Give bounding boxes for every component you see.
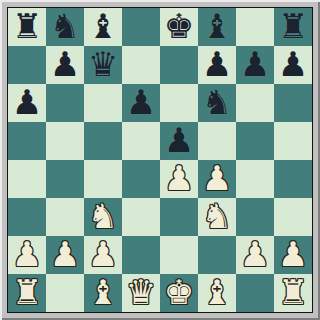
square-f1[interactable]: ♝ bbox=[198, 274, 236, 312]
black-pawn-f7[interactable]: ♟ bbox=[198, 46, 236, 84]
white-pawn-h2[interactable]: ♟ bbox=[274, 236, 312, 274]
black-pawn-h7[interactable]: ♟ bbox=[274, 46, 312, 84]
square-d2[interactable] bbox=[122, 236, 160, 274]
square-b7[interactable]: ♟ bbox=[46, 46, 84, 84]
square-h4[interactable] bbox=[274, 160, 312, 198]
square-f8[interactable]: ♝ bbox=[198, 8, 236, 46]
square-h8[interactable]: ♜ bbox=[274, 8, 312, 46]
square-a4[interactable] bbox=[8, 160, 46, 198]
white-rook-h1[interactable]: ♜ bbox=[274, 274, 312, 312]
square-a6[interactable]: ♟ bbox=[8, 84, 46, 122]
black-rook-h8[interactable]: ♜ bbox=[274, 8, 312, 46]
white-knight-c3[interactable]: ♞ bbox=[84, 198, 122, 236]
square-b3[interactable] bbox=[46, 198, 84, 236]
square-e4[interactable]: ♟ bbox=[160, 160, 198, 198]
square-h2[interactable]: ♟ bbox=[274, 236, 312, 274]
square-d3[interactable] bbox=[122, 198, 160, 236]
square-a5[interactable] bbox=[8, 122, 46, 160]
square-h3[interactable] bbox=[274, 198, 312, 236]
square-c5[interactable] bbox=[84, 122, 122, 160]
white-pawn-f4[interactable]: ♟ bbox=[198, 160, 236, 198]
white-king-e1[interactable]: ♚ bbox=[160, 274, 198, 312]
square-b4[interactable] bbox=[46, 160, 84, 198]
square-c7[interactable]: ♛ bbox=[84, 46, 122, 84]
square-e2[interactable] bbox=[160, 236, 198, 274]
white-knight-f3[interactable]: ♞ bbox=[198, 198, 236, 236]
square-f2[interactable] bbox=[198, 236, 236, 274]
square-g3[interactable] bbox=[236, 198, 274, 236]
black-pawn-d6[interactable]: ♟ bbox=[122, 84, 160, 122]
square-g5[interactable] bbox=[236, 122, 274, 160]
square-g6[interactable] bbox=[236, 84, 274, 122]
square-d8[interactable] bbox=[122, 8, 160, 46]
square-b2[interactable]: ♟ bbox=[46, 236, 84, 274]
square-f7[interactable]: ♟ bbox=[198, 46, 236, 84]
black-knight-f6[interactable]: ♞ bbox=[198, 84, 236, 122]
square-b8[interactable]: ♞ bbox=[46, 8, 84, 46]
square-f4[interactable]: ♟ bbox=[198, 160, 236, 198]
square-c6[interactable] bbox=[84, 84, 122, 122]
square-d7[interactable] bbox=[122, 46, 160, 84]
square-d4[interactable] bbox=[122, 160, 160, 198]
square-g1[interactable] bbox=[236, 274, 274, 312]
square-c8[interactable]: ♝ bbox=[84, 8, 122, 46]
square-c3[interactable]: ♞ bbox=[84, 198, 122, 236]
white-queen-d1[interactable]: ♛ bbox=[122, 274, 160, 312]
square-h5[interactable] bbox=[274, 122, 312, 160]
square-e6[interactable] bbox=[160, 84, 198, 122]
white-pawn-c2[interactable]: ♟ bbox=[84, 236, 122, 274]
white-bishop-c1[interactable]: ♝ bbox=[84, 274, 122, 312]
square-f5[interactable] bbox=[198, 122, 236, 160]
black-bishop-c8[interactable]: ♝ bbox=[84, 8, 122, 46]
square-g2[interactable]: ♟ bbox=[236, 236, 274, 274]
white-rook-a1[interactable]: ♜ bbox=[8, 274, 46, 312]
square-d1[interactable]: ♛ bbox=[122, 274, 160, 312]
square-e1[interactable]: ♚ bbox=[160, 274, 198, 312]
square-f3[interactable]: ♞ bbox=[198, 198, 236, 236]
black-pawn-g7[interactable]: ♟ bbox=[236, 46, 274, 84]
white-pawn-a2[interactable]: ♟ bbox=[8, 236, 46, 274]
square-b1[interactable] bbox=[46, 274, 84, 312]
white-bishop-f1[interactable]: ♝ bbox=[198, 274, 236, 312]
square-a7[interactable] bbox=[8, 46, 46, 84]
white-pawn-g2[interactable]: ♟ bbox=[236, 236, 274, 274]
square-e3[interactable] bbox=[160, 198, 198, 236]
white-pawn-e4[interactable]: ♟ bbox=[160, 160, 198, 198]
square-a8[interactable]: ♜ bbox=[8, 8, 46, 46]
square-c2[interactable]: ♟ bbox=[84, 236, 122, 274]
black-knight-b8[interactable]: ♞ bbox=[46, 8, 84, 46]
square-c4[interactable] bbox=[84, 160, 122, 198]
white-pawn-b2[interactable]: ♟ bbox=[46, 236, 84, 274]
black-king-e8[interactable]: ♚ bbox=[160, 8, 198, 46]
black-pawn-e5[interactable]: ♟ bbox=[160, 122, 198, 160]
square-e7[interactable] bbox=[160, 46, 198, 84]
square-e8[interactable]: ♚ bbox=[160, 8, 198, 46]
square-h6[interactable] bbox=[274, 84, 312, 122]
square-b6[interactable] bbox=[46, 84, 84, 122]
square-d5[interactable] bbox=[122, 122, 160, 160]
chess-board: ♜♞♝♚♝♜♟♛♟♟♟♟♟♞♟♟♟♞♞♟♟♟♟♟♜♝♛♚♝♜ bbox=[7, 7, 313, 313]
square-f6[interactable]: ♞ bbox=[198, 84, 236, 122]
square-a1[interactable]: ♜ bbox=[8, 274, 46, 312]
black-pawn-a6[interactable]: ♟ bbox=[8, 84, 46, 122]
square-a2[interactable]: ♟ bbox=[8, 236, 46, 274]
black-pawn-b7[interactable]: ♟ bbox=[46, 46, 84, 84]
square-a3[interactable] bbox=[8, 198, 46, 236]
square-g8[interactable] bbox=[236, 8, 274, 46]
square-b5[interactable] bbox=[46, 122, 84, 160]
square-c1[interactable]: ♝ bbox=[84, 274, 122, 312]
square-e5[interactable]: ♟ bbox=[160, 122, 198, 160]
square-h7[interactable]: ♟ bbox=[274, 46, 312, 84]
black-bishop-f8[interactable]: ♝ bbox=[198, 8, 236, 46]
square-g7[interactable]: ♟ bbox=[236, 46, 274, 84]
square-h1[interactable]: ♜ bbox=[274, 274, 312, 312]
black-queen-c7[interactable]: ♛ bbox=[84, 46, 122, 84]
black-rook-a8[interactable]: ♜ bbox=[8, 8, 46, 46]
square-g4[interactable] bbox=[236, 160, 274, 198]
square-d6[interactable]: ♟ bbox=[122, 84, 160, 122]
chess-board-frame: ♜♞♝♚♝♜♟♛♟♟♟♟♟♞♟♟♟♞♞♟♟♟♟♟♜♝♛♚♝♜ bbox=[0, 0, 320, 320]
